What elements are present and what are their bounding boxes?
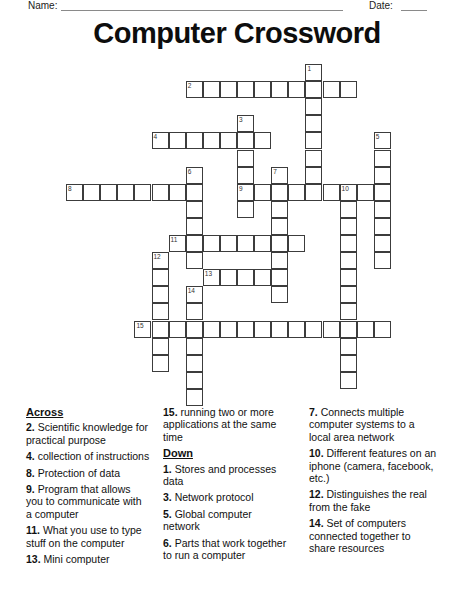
grid-cell-r4c10[interactable] (237, 132, 254, 149)
grid-cell-r0c14[interactable]: 1 (305, 64, 322, 81)
across-clue-list: 2. Scientific knowledge for practical pu… (26, 421, 150, 565)
grid-cell-r5c10[interactable] (237, 150, 254, 167)
clue-number-across-4: 4. (26, 450, 35, 462)
grid-cell-r1c15[interactable] (323, 81, 340, 98)
down-clue-list: 1. Stores and processes data3. Network p… (163, 463, 290, 562)
cell-number-9: 9 (239, 185, 243, 192)
across-heading: Across (26, 406, 150, 418)
grid-cell-r8c18[interactable] (374, 201, 391, 218)
grid-cell-r7c5[interactable] (152, 184, 169, 201)
clue-across-4: 4. collection of instructions (26, 450, 150, 462)
grid-cell-r4c18[interactable]: 5 (374, 132, 391, 149)
grid-cell-r7c17[interactable] (357, 184, 374, 201)
grid-cell-r7c10[interactable]: 9 (237, 184, 254, 201)
cell-number-5: 5 (376, 133, 380, 140)
clue-down-10: 10. Different features on an iphone (cam… (309, 447, 438, 484)
grid-cell-r15c11[interactable] (254, 321, 271, 338)
grid-cell-r8c7[interactable] (186, 201, 203, 218)
grid-cell-r10c7[interactable] (186, 235, 203, 252)
grid-cell-r4c14[interactable] (305, 132, 322, 149)
cell-number-12: 12 (154, 253, 161, 260)
grid-cell-r4c5[interactable]: 4 (152, 132, 169, 149)
clue-number-across-11: 11. (26, 524, 40, 536)
clue-across-13: 13. Mini computer (26, 553, 150, 565)
grid-cell-r15c4[interactable]: 15 (134, 321, 151, 338)
grid-cell-r7c4[interactable] (134, 184, 151, 201)
worksheet-page: Name: Date: Computer Crossword 123456789… (0, 0, 474, 613)
grid-cell-r4c7[interactable] (186, 132, 203, 149)
grid-cell-r9c18[interactable] (374, 218, 391, 235)
grid-cell-r5c18[interactable] (374, 150, 391, 167)
grid-cell-r15c6[interactable] (169, 321, 186, 338)
grid-cell-r17c16[interactable] (340, 355, 357, 372)
grid-cell-r11c16[interactable] (340, 252, 357, 269)
clue-number-down-3: 3. (163, 491, 172, 503)
grid-cell-r7c6[interactable] (169, 184, 186, 201)
grid-cell-r7c13[interactable] (288, 184, 305, 201)
grid-cell-r1c9[interactable] (220, 81, 237, 98)
grid-cell-r12c9[interactable] (220, 269, 237, 286)
across-clue-list-continued: 15. running two or more applications at … (163, 406, 290, 443)
grid-cell-r16c5[interactable] (152, 338, 169, 355)
grid-cell-r13c7[interactable]: 14 (186, 286, 203, 303)
grid-cell-r4c9[interactable] (220, 132, 237, 149)
grid-cell-r1c13[interactable] (288, 81, 305, 98)
grid-cell-r6c12[interactable]: 7 (271, 167, 288, 184)
grid-cell-r13c12[interactable] (271, 286, 288, 303)
grid-cell-r6c18[interactable] (374, 167, 391, 184)
clue-across-15: 15. running two or more applications at … (163, 406, 290, 443)
date-label: Date: (369, 0, 393, 11)
page-title: Computer Crossword (0, 17, 474, 50)
grid-cell-r3c10[interactable]: 3 (237, 115, 254, 132)
clue-down-6: 6. Parts that work together to run a com… (163, 537, 290, 562)
clue-down-5: 5. Global computer network (163, 508, 290, 533)
grid-cell-r15c8[interactable] (203, 321, 220, 338)
grid-cell-r10c11[interactable] (254, 235, 271, 252)
grid-cell-r11c18[interactable] (374, 252, 391, 269)
grid-cell-r10c18[interactable] (374, 235, 391, 252)
clue-number-down-14: 14. (309, 517, 324, 529)
grid-cell-r14c7[interactable] (186, 303, 203, 320)
grid-cell-r8c10[interactable] (237, 201, 254, 218)
grid-cell-r1c16[interactable] (340, 81, 357, 98)
grid-cell-r1c10[interactable] (237, 81, 254, 98)
down-clue-list-continued: 7. Connects multiple computer systems to… (309, 406, 438, 554)
grid-cell-r5c14[interactable] (305, 150, 322, 167)
grid-cell-r15c5[interactable] (152, 321, 169, 338)
clue-down-14: 14. Set of computers connected together … (309, 517, 438, 554)
cell-number-7: 7 (273, 168, 277, 175)
name-label: Name: (28, 0, 57, 11)
grid-cell-r1c14[interactable] (305, 81, 322, 98)
grid-cell-r4c6[interactable] (169, 132, 186, 149)
grid-cell-r1c7[interactable]: 2 (186, 81, 203, 98)
grid-cell-r10c9[interactable] (220, 235, 237, 252)
cell-number-2: 2 (188, 82, 192, 89)
grid-cell-r12c11[interactable] (254, 269, 271, 286)
grid-cell-r10c10[interactable] (237, 235, 254, 252)
grid-cell-r18c16[interactable] (340, 372, 357, 389)
grid-cell-r16c16[interactable] (340, 338, 357, 355)
grid-cell-r15c7[interactable] (186, 321, 203, 338)
grid-cell-r9c7[interactable] (186, 218, 203, 235)
grid-cell-r12c10[interactable] (237, 269, 254, 286)
grid-cell-r14c5[interactable] (152, 303, 169, 320)
grid-cell-r17c7[interactable] (186, 355, 203, 372)
clue-down-7: 7. Connects multiple computer systems to… (309, 406, 438, 443)
grid-cell-r10c6[interactable]: 11 (169, 235, 186, 252)
clue-number-down-7: 7. (309, 406, 318, 418)
grid-cell-r3c14[interactable] (305, 115, 322, 132)
clue-across-11: 11. What you use to type stuff on the co… (26, 524, 150, 549)
grid-cell-r15c12[interactable] (271, 321, 288, 338)
grid-cell-r1c8[interactable] (203, 81, 220, 98)
grid-cell-r8c12[interactable] (271, 201, 288, 218)
grid-cell-r16c7[interactable] (186, 338, 203, 355)
grid-cell-r7c7[interactable] (186, 184, 203, 201)
grid-cell-r4c8[interactable] (203, 132, 220, 149)
grid-cell-r2c14[interactable] (305, 98, 322, 115)
grid-cell-r7c1[interactable] (83, 184, 100, 201)
cell-number-10: 10 (342, 185, 349, 192)
grid-cell-r15c10[interactable] (237, 321, 254, 338)
cell-number-8: 8 (68, 185, 72, 192)
grid-cell-r15c17[interactable] (357, 321, 374, 338)
grid-cell-r10c8[interactable] (203, 235, 220, 252)
cell-number-13: 13 (205, 270, 212, 277)
grid-cell-r11c7[interactable] (186, 252, 203, 269)
grid-cell-r7c2[interactable] (100, 184, 117, 201)
grid-cell-r8c16[interactable] (340, 201, 357, 218)
grid-cell-r10c13[interactable] (288, 235, 305, 252)
grid-cell-r7c12[interactable] (271, 184, 288, 201)
date-input-line[interactable] (401, 10, 427, 11)
clue-number-down-5: 5. (163, 508, 172, 520)
grid-cell-r7c15[interactable] (323, 184, 340, 201)
grid-cell-r1c11[interactable] (254, 81, 271, 98)
cell-number-14: 14 (188, 287, 195, 294)
grid-cell-r7c0[interactable]: 8 (66, 184, 83, 201)
grid-cell-r15c13[interactable] (288, 321, 305, 338)
clues-across-column: Across 2. Scientific knowledge for pract… (26, 406, 150, 569)
cell-number-11: 11 (171, 236, 178, 243)
grid-cell-r14c16[interactable] (340, 303, 357, 320)
clue-across-9: 9. Program that allows you to communicat… (26, 483, 150, 520)
clue-down-1: 1. Stores and processes data (163, 463, 290, 488)
grid-cell-r7c3[interactable] (117, 184, 134, 201)
clue-number-across-9: 9. (26, 483, 35, 495)
grid-cell-r10c12[interactable] (271, 235, 288, 252)
grid-cell-r13c5[interactable] (152, 286, 169, 303)
cell-number-3: 3 (239, 116, 243, 123)
grid-cell-r10c16[interactable] (340, 235, 357, 252)
grid-cell-r15c18[interactable] (374, 321, 391, 338)
clue-number-down-1: 1. (163, 463, 172, 475)
clue-number-down-12: 12. (309, 488, 324, 500)
grid-cell-r15c15[interactable] (323, 321, 340, 338)
clue-number-across-8: 8. (26, 467, 35, 479)
clue-number-across-15: 15. (163, 406, 178, 418)
grid-cell-r19c7[interactable] (186, 389, 203, 406)
clue-across-8: 8. Protection of data (26, 467, 150, 479)
grid-cell-r6c14[interactable] (305, 167, 322, 184)
grid-cell-r12c12[interactable] (271, 269, 288, 286)
clues-middle-column: 15. running two or more applications at … (163, 406, 290, 565)
clue-down-3: 3. Network protocol (163, 491, 290, 503)
grid-cell-r15c16[interactable] (340, 321, 357, 338)
grid-cell-r12c16[interactable] (340, 269, 357, 286)
grid-cell-r12c8[interactable]: 13 (203, 269, 220, 286)
grid-cell-r7c14[interactable] (305, 184, 322, 201)
clue-down-12: 12. Distinguishes the real from the fake (309, 488, 438, 513)
grid-cell-r12c5[interactable] (152, 269, 169, 286)
clue-number-down-10: 10. (309, 447, 324, 459)
clue-number-across-13: 13. (26, 553, 41, 565)
cell-number-15: 15 (136, 322, 143, 329)
cell-number-6: 6 (188, 168, 192, 175)
grid-cell-r18c7[interactable] (186, 372, 203, 389)
clue-number-down-6: 6. (163, 537, 172, 549)
cell-number-4: 4 (154, 133, 158, 140)
grid-cell-r1c12[interactable] (271, 81, 288, 98)
down-heading: Down (163, 447, 193, 459)
grid-cell-r7c11[interactable] (254, 184, 271, 201)
clue-across-2: 2. Scientific knowledge for practical pu… (26, 421, 150, 446)
name-input-line[interactable] (61, 10, 343, 11)
grid-cell-r6c7[interactable]: 6 (186, 167, 203, 184)
grid-cell-r17c5[interactable] (152, 355, 169, 372)
cell-number-1: 1 (307, 65, 311, 72)
grid-cell-r6c10[interactable] (237, 167, 254, 184)
clue-number-across-2: 2. (26, 421, 35, 433)
grid-cell-r13c16[interactable] (340, 286, 357, 303)
worksheet-header: Name: Date: (0, 0, 474, 14)
grid-cell-r7c16[interactable]: 10 (340, 184, 357, 201)
grid-cell-r4c11[interactable] (254, 132, 271, 149)
grid-cell-r11c5[interactable]: 12 (152, 252, 169, 269)
grid-cell-r9c16[interactable] (340, 218, 357, 235)
grid-cell-r9c12[interactable] (271, 218, 288, 235)
grid-cell-r11c12[interactable] (271, 252, 288, 269)
grid-cell-r15c9[interactable] (220, 321, 237, 338)
grid-cell-r15c14[interactable] (305, 321, 322, 338)
grid-cell-r7c18[interactable] (374, 184, 391, 201)
clues-right-column: 7. Connects multiple computer systems to… (309, 406, 438, 558)
